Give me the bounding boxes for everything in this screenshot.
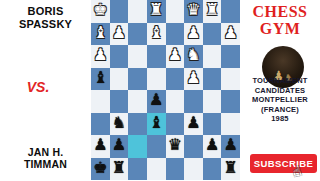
black-rook-piece[interactable]: ♜	[112, 160, 126, 176]
board-square[interactable]	[147, 45, 166, 68]
white-pawn-piece[interactable]: ♟	[186, 25, 200, 41]
black-bishop-piece[interactable]: ♝	[93, 70, 107, 86]
left-panel: BORIS SPASSKY VS. JAN H. TIMMAN	[0, 0, 91, 180]
board-square[interactable]: ♟	[221, 135, 240, 158]
board-square[interactable]	[147, 158, 166, 181]
board-square[interactable]: ♟	[184, 23, 203, 46]
white-pawn-piece[interactable]: ♟	[93, 47, 107, 63]
board-square[interactable]	[110, 90, 129, 113]
board-square[interactable]	[128, 90, 147, 113]
board-square[interactable]	[147, 68, 166, 91]
black-rook-piece[interactable]: ♜	[224, 160, 238, 176]
board-square[interactable]: ♟	[221, 23, 240, 46]
white-rook-piece[interactable]: ♜	[205, 2, 219, 18]
board-square[interactable]: ♝	[91, 23, 110, 46]
board-square[interactable]: ♝	[91, 68, 110, 91]
board-square[interactable]	[147, 135, 166, 158]
black-pawn-piece[interactable]: ♟	[149, 92, 163, 108]
black-knight-piece[interactable]: ♞	[112, 115, 126, 131]
board-square[interactable]	[184, 135, 203, 158]
board-square[interactable]: ♚	[91, 158, 110, 181]
black-pawn-piece[interactable]: ♟	[224, 137, 238, 153]
board-square[interactable]: ♟	[166, 45, 185, 68]
event-line1: TOURNAMENT	[240, 76, 320, 86]
board-square[interactable]	[128, 68, 147, 91]
black-pawn-piece[interactable]: ♟	[186, 115, 200, 131]
board-square[interactable]: ♟	[110, 135, 129, 158]
brand-line2: GYM	[240, 20, 320, 37]
white-queen-piece[interactable]: ♛	[186, 2, 200, 18]
board-square[interactable]	[166, 90, 185, 113]
board-square[interactable]	[203, 45, 222, 68]
player-bottom-name: JAN H. TIMMAN	[0, 146, 91, 170]
board-square[interactable]: ♛	[184, 0, 203, 23]
right-panel: CHESS GYM ♟ ♞ TOURNAMENT CANDIDATES MONT…	[240, 0, 320, 180]
board-square[interactable]	[184, 90, 203, 113]
brand-title: CHESS GYM	[240, 3, 320, 37]
brand-line1: CHESS	[240, 3, 320, 20]
board-square[interactable]	[110, 68, 129, 91]
board-square[interactable]: ♜	[221, 158, 240, 181]
board-square[interactable]: ♛	[166, 135, 185, 158]
board-square[interactable]	[91, 90, 110, 113]
board-square[interactable]	[203, 23, 222, 46]
event-line2: CANDIDATES	[240, 86, 320, 96]
board-square[interactable]	[221, 68, 240, 91]
white-rook-piece[interactable]: ♜	[149, 2, 163, 18]
board-square[interactable]	[166, 0, 185, 23]
white-bishop-piece[interactable]: ♝	[93, 25, 107, 41]
vs-label: VS.	[0, 79, 76, 95]
board-square[interactable]: ♝	[147, 23, 166, 46]
board-square[interactable]	[128, 113, 147, 136]
board-square[interactable]: ♞	[110, 113, 129, 136]
board-square[interactable]	[166, 23, 185, 46]
white-king-piece[interactable]: ♚	[93, 2, 107, 18]
black-king-piece[interactable]: ♚	[93, 160, 107, 176]
board-square[interactable]: ♜	[203, 0, 222, 23]
board-square[interactable]	[166, 158, 185, 181]
black-pawn-piece[interactable]: ♟	[205, 137, 219, 153]
white-pawn-piece[interactable]: ♟	[112, 25, 126, 41]
board-square[interactable]: ♞	[184, 45, 203, 68]
white-pawn-piece[interactable]: ♟	[224, 25, 238, 41]
player-bottom-last: TIMMAN	[0, 158, 91, 170]
board-square[interactable]: ♟	[91, 135, 110, 158]
board-square[interactable]	[221, 0, 240, 23]
board-square[interactable]: ♟	[147, 90, 166, 113]
player-bottom-first: JAN H.	[0, 146, 91, 158]
board-square[interactable]	[184, 158, 203, 181]
event-line4: (FRANCE)	[240, 105, 320, 115]
board-square[interactable]: ♟	[91, 45, 110, 68]
board-square[interactable]	[110, 45, 129, 68]
black-pawn-piece[interactable]: ♟	[112, 137, 126, 153]
white-pawn-piece[interactable]: ♟	[186, 70, 200, 86]
event-line5: 1985	[240, 114, 320, 124]
board-square[interactable]	[128, 0, 147, 23]
board-square[interactable]	[203, 90, 222, 113]
board-square[interactable]	[203, 68, 222, 91]
white-pawn-piece[interactable]: ♟	[168, 47, 182, 63]
board-square[interactable]: ♟	[184, 68, 203, 91]
board-square[interactable]: ♟	[203, 135, 222, 158]
board-square[interactable]	[221, 45, 240, 68]
white-bishop-piece[interactable]: ♝	[149, 25, 163, 41]
board-square[interactable]	[128, 158, 147, 181]
chess-board[interactable]: ♚♜♛♜♝♟♝♟♟♟♟♞♝♟♟♞♝♟♟♟♛♟♟♚♜♜	[91, 0, 240, 180]
white-knight-piece[interactable]: ♞	[186, 47, 200, 63]
board-square[interactable]: ♟	[184, 113, 203, 136]
board-square[interactable]: ♚	[91, 0, 110, 23]
player-top-name: BORIS SPASSKY	[0, 5, 91, 30]
board-square[interactable]	[128, 23, 147, 46]
board-square[interactable]	[91, 113, 110, 136]
board-square[interactable]	[203, 158, 222, 181]
event-info: TOURNAMENT CANDIDATES MONTPELLIER (FRANC…	[240, 76, 320, 124]
player-top-last: SPASSKY	[0, 18, 91, 31]
event-line3: MONTPELLIER	[240, 95, 320, 105]
board-square[interactable]: ♜	[110, 158, 129, 181]
board-square[interactable]: ♜	[147, 0, 166, 23]
board-square[interactable]	[166, 113, 185, 136]
board-square[interactable]	[203, 113, 222, 136]
black-queen-piece[interactable]: ♛	[168, 137, 182, 153]
black-bishop-piece[interactable]: ♝	[149, 115, 163, 131]
subscribe-label: SUBSCRIBE	[254, 158, 314, 169]
player-top-first: BORIS	[0, 5, 91, 18]
board-square[interactable]: ♟	[110, 23, 129, 46]
board-square[interactable]	[128, 45, 147, 68]
board-square[interactable]	[221, 90, 240, 113]
black-pawn-piece[interactable]: ♟	[93, 137, 107, 153]
board-square[interactable]	[221, 113, 240, 136]
board-square[interactable]	[166, 68, 185, 91]
board-square[interactable]	[110, 0, 129, 23]
subscribe-button[interactable]: SUBSCRIBE	[250, 154, 317, 173]
board-square[interactable]: ♝	[147, 113, 166, 136]
board-square[interactable]	[128, 135, 147, 158]
